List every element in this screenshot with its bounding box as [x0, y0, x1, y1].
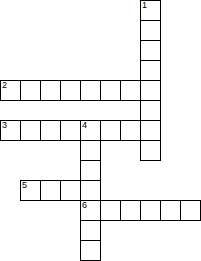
cell-r6c1[interactable] — [20, 120, 41, 141]
cell-r6c7[interactable] — [140, 120, 161, 141]
cell-r4c1[interactable] — [20, 80, 41, 101]
cell-r6c2[interactable] — [40, 120, 61, 141]
cell-r10c5[interactable] — [100, 200, 121, 221]
clue-number-1: 1 — [142, 1, 147, 10]
cell-r6c4[interactable]: 4 — [80, 120, 101, 141]
cell-r5c7[interactable] — [140, 100, 161, 121]
cell-r9c4[interactable] — [80, 180, 101, 201]
cell-r12c4[interactable] — [80, 240, 101, 261]
clue-number-2: 2 — [2, 81, 7, 90]
cell-r10c9[interactable] — [180, 200, 201, 221]
cell-r4c6[interactable] — [120, 80, 141, 101]
cell-r3c7[interactable] — [140, 60, 161, 81]
cell-r4c2[interactable] — [40, 80, 61, 101]
cell-r4c3[interactable] — [60, 80, 81, 101]
cell-r6c6[interactable] — [120, 120, 141, 141]
cell-r10c8[interactable] — [160, 200, 181, 221]
cell-r8c4[interactable] — [80, 160, 101, 181]
cell-r6c5[interactable] — [100, 120, 121, 141]
cell-r10c7[interactable] — [140, 200, 161, 221]
cell-r6c0[interactable]: 3 — [0, 120, 21, 141]
cell-r4c5[interactable] — [100, 80, 121, 101]
cell-r4c7[interactable] — [140, 80, 161, 101]
cell-r7c7[interactable] — [140, 140, 161, 161]
cell-r10c6[interactable] — [120, 200, 141, 221]
clue-number-4: 4 — [82, 121, 87, 130]
cell-r10c4[interactable]: 6 — [80, 200, 101, 221]
cell-r6c3[interactable] — [60, 120, 81, 141]
cell-r9c3[interactable] — [60, 180, 81, 201]
clue-number-6: 6 — [82, 201, 87, 210]
cell-r9c2[interactable] — [40, 180, 61, 201]
cell-r1c7[interactable] — [140, 20, 161, 41]
cell-r4c0[interactable]: 2 — [0, 80, 21, 101]
cell-r0c7[interactable]: 1 — [140, 0, 161, 21]
cell-r4c4[interactable] — [80, 80, 101, 101]
cell-r2c7[interactable] — [140, 40, 161, 61]
cell-r9c1[interactable]: 5 — [20, 180, 41, 201]
crossword-grid: 123456 — [0, 0, 201, 261]
cell-r11c4[interactable] — [80, 220, 101, 241]
clue-number-5: 5 — [22, 181, 27, 190]
clue-number-3: 3 — [2, 121, 7, 130]
cell-r7c4[interactable] — [80, 140, 101, 161]
